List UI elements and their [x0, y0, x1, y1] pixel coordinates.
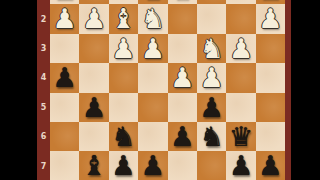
square-h6[interactable]	[50, 122, 79, 151]
square-g6[interactable]	[79, 122, 108, 151]
square-d7[interactable]	[168, 151, 197, 180]
square-e3[interactable]: ♟	[138, 34, 167, 63]
square-b6[interactable]: ♛	[226, 122, 255, 151]
piece-black-bishop-g7: ♝	[82, 151, 106, 180]
piece-black-pawn-a7: ♟	[258, 151, 282, 180]
square-d4[interactable]: ♟	[168, 63, 197, 92]
square-h5[interactable]	[50, 93, 79, 122]
piece-black-pawn-c5: ♟	[200, 93, 224, 122]
square-a6[interactable]	[256, 122, 285, 151]
square-h2[interactable]: ♟	[50, 4, 79, 33]
square-h4[interactable]: ♟	[50, 63, 79, 92]
piece-black-pawn-d6: ♟	[170, 122, 194, 151]
piece-white-pawn-b3: ♟	[229, 34, 253, 63]
square-a2[interactable]: ♟	[256, 4, 285, 33]
square-g5[interactable]: ♟	[79, 93, 108, 122]
piece-white-pawn-e3: ♟	[141, 34, 165, 63]
piece-black-pawn-b7: ♟	[229, 151, 253, 180]
square-d3[interactable]	[168, 34, 197, 63]
square-e2[interactable]: ♞	[138, 4, 167, 33]
piece-white-bishop-f2: ♝	[111, 4, 135, 33]
square-f5[interactable]	[109, 93, 138, 122]
piece-white-pawn-a2: ♟	[258, 4, 282, 33]
piece-black-pawn-h4: ♟	[53, 63, 77, 92]
piece-white-pawn-f3: ♟	[111, 34, 135, 63]
piece-black-pawn-e7: ♟	[141, 151, 165, 180]
piece-white-pawn-c4: ♟	[200, 63, 224, 92]
square-a5[interactable]	[256, 93, 285, 122]
square-d5[interactable]	[168, 93, 197, 122]
square-f2[interactable]: ♝	[109, 4, 138, 33]
square-f4[interactable]	[109, 63, 138, 92]
square-e7[interactable]: ♟	[138, 151, 167, 180]
square-f7[interactable]: ♟	[109, 151, 138, 180]
square-a3[interactable]	[256, 34, 285, 63]
piece-white-pawn-h2: ♟	[53, 4, 77, 33]
square-c4[interactable]: ♟	[197, 63, 226, 92]
square-f3[interactable]: ♟	[109, 34, 138, 63]
square-c3[interactable]: ♞	[197, 34, 226, 63]
piece-black-queen-b6: ♛	[229, 122, 253, 151]
rank-label-4: 4	[37, 63, 50, 92]
square-b5[interactable]	[226, 93, 255, 122]
square-h7[interactable]	[50, 151, 79, 180]
chess-board: ♜♚♛♜♟♟♝♞♟♟♟♞♟♟♟♟♟♟♞♟♞♛♝♟♟♟♟	[50, 0, 285, 180]
square-c7[interactable]	[197, 151, 226, 180]
piece-black-knight-f6: ♞	[111, 122, 135, 151]
square-d2[interactable]	[168, 4, 197, 33]
piece-black-knight-c6: ♞	[200, 122, 224, 151]
square-d6[interactable]: ♟	[168, 122, 197, 151]
rank-label-5: 5	[37, 93, 50, 122]
square-a7[interactable]: ♟	[256, 151, 285, 180]
piece-white-pawn-d4: ♟	[170, 63, 194, 92]
piece-black-pawn-f7: ♟	[111, 151, 135, 180]
square-c6[interactable]: ♞	[197, 122, 226, 151]
piece-white-knight-c3: ♞	[200, 34, 224, 63]
square-c5[interactable]: ♟	[197, 93, 226, 122]
square-b3[interactable]: ♟	[226, 34, 255, 63]
square-h3[interactable]	[50, 34, 79, 63]
rank-label-7: 7	[37, 151, 50, 180]
rank-label-3: 3	[37, 34, 50, 63]
square-e6[interactable]	[138, 122, 167, 151]
square-e4[interactable]	[138, 63, 167, 92]
square-f6[interactable]: ♞	[109, 122, 138, 151]
square-g4[interactable]	[79, 63, 108, 92]
square-g7[interactable]: ♝	[79, 151, 108, 180]
square-g2[interactable]: ♟	[79, 4, 108, 33]
square-b2[interactable]	[226, 4, 255, 33]
board-frame: 234567 ♜♚♛♜♟♟♝♞♟♟♟♞♟♟♟♟♟♟♞♟♞♛♝♟♟♟♟	[37, 0, 291, 180]
rank-label-2: 2	[37, 4, 50, 33]
screenshot-root: 234567 ♜♚♛♜♟♟♝♞♟♟♟♞♟♟♟♟♟♟♞♟♞♛♝♟♟♟♟	[0, 0, 320, 180]
square-g3[interactable]	[79, 34, 108, 63]
piece-black-pawn-g5: ♟	[82, 93, 106, 122]
square-e5[interactable]	[138, 93, 167, 122]
square-b4[interactable]	[226, 63, 255, 92]
rank-label-6: 6	[37, 122, 50, 151]
square-b7[interactable]: ♟	[226, 151, 255, 180]
square-a4[interactable]	[256, 63, 285, 92]
piece-white-knight-e2: ♞	[141, 4, 165, 33]
square-c2[interactable]	[197, 4, 226, 33]
piece-white-pawn-g2: ♟	[82, 4, 106, 33]
